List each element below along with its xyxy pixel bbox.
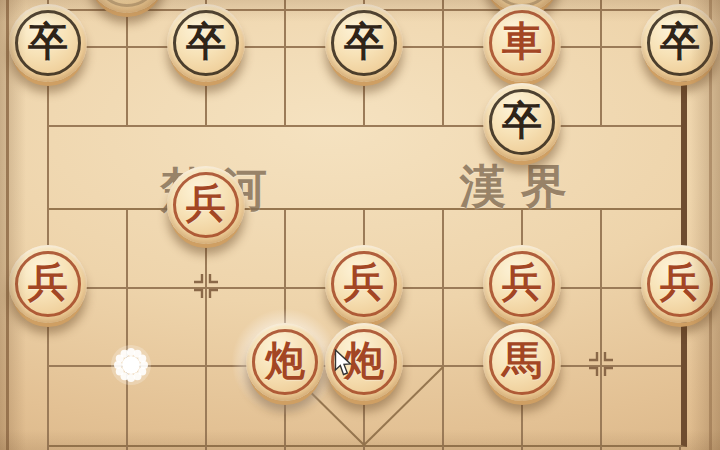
- piece-label: 兵: [641, 243, 719, 321]
- mouse-cursor: [334, 349, 354, 377]
- piece-label: 卒: [325, 2, 403, 80]
- piece-label: 兵: [167, 164, 245, 242]
- piece-label: 兵: [483, 243, 561, 321]
- file-line-stub-bottom: [126, 446, 128, 450]
- piece-red-soldier[interactable]: 兵: [167, 166, 245, 244]
- piece-red-chariot[interactable]: 車: [483, 4, 561, 82]
- file-line-stub-bottom: [363, 446, 365, 450]
- piece-label: 馬: [483, 321, 561, 399]
- piece-label: 卒: [483, 81, 561, 159]
- piece-red-soldier[interactable]: 兵: [9, 245, 87, 323]
- file-line-stub-bottom: [47, 446, 49, 450]
- piece-label: 炮: [246, 321, 324, 399]
- piece-black-soldier[interactable]: 卒: [483, 83, 561, 161]
- file-line-stub-bottom: [679, 446, 681, 450]
- file-line-stub-bottom: [205, 446, 207, 450]
- point-crosshair-marker: [191, 271, 221, 305]
- xiangqi-game-screen: 楚河 漢界 卒卒卒車卒卒兵兵兵兵兵炮炮馬: [0, 0, 720, 450]
- piece-label: 卒: [167, 2, 245, 80]
- piece-black-soldier[interactable]: 卒: [641, 4, 719, 82]
- starburst-effect: [109, 343, 153, 391]
- file-line-stub-top: [442, 0, 444, 10]
- piece-black-soldier[interactable]: 卒: [325, 4, 403, 82]
- piece-label: 兵: [325, 243, 403, 321]
- file-line-stub-bottom: [442, 446, 444, 450]
- board-cell[interactable]: [49, 127, 128, 210]
- board-cell[interactable]: [286, 127, 365, 210]
- piece-label: 兵: [9, 243, 87, 321]
- piece-red-soldier[interactable]: 兵: [483, 245, 561, 323]
- piece-red-soldier[interactable]: 兵: [641, 245, 719, 323]
- file-line-stub-top: [284, 0, 286, 10]
- board-cell[interactable]: [365, 127, 444, 210]
- piece-label: 車: [483, 2, 561, 80]
- board-cell[interactable]: [602, 127, 681, 210]
- piece-black-soldier[interactable]: 卒: [167, 4, 245, 82]
- piece-label: 卒: [641, 2, 719, 80]
- file-line-stub-top: [600, 0, 602, 10]
- piece-red-horse[interactable]: 馬: [483, 323, 561, 401]
- river-label-right: 漢界: [460, 156, 582, 218]
- point-crosshair-marker: [586, 349, 616, 383]
- file-line-stub-bottom: [600, 446, 602, 450]
- piece-black-soldier[interactable]: 卒: [9, 4, 87, 82]
- piece-label: [88, 0, 166, 11]
- piece-red-soldier[interactable]: 兵: [325, 245, 403, 323]
- file-line-stub-bottom: [521, 446, 523, 450]
- piece-label: 卒: [9, 2, 87, 80]
- file-line-stub-bottom: [284, 446, 286, 450]
- piece-red-cannon[interactable]: 炮: [246, 323, 324, 401]
